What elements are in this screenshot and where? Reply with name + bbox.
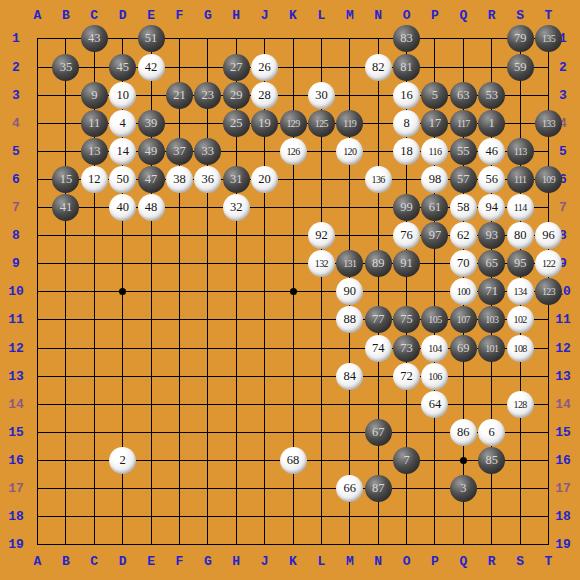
intersection-G14[interactable]	[194, 390, 222, 418]
intersection-T12[interactable]	[534, 334, 562, 362]
intersection-N3[interactable]	[364, 81, 392, 109]
intersection-G10[interactable]	[194, 278, 222, 306]
intersection-N7[interactable]	[364, 194, 392, 222]
intersection-Q4[interactable]: 117	[449, 109, 477, 137]
intersection-D16[interactable]: 2	[108, 446, 136, 474]
intersection-M16[interactable]	[336, 446, 364, 474]
intersection-B15[interactable]	[52, 418, 80, 446]
intersection-E19[interactable]	[137, 531, 165, 559]
intersection-A1[interactable]	[23, 25, 51, 53]
intersection-P6[interactable]: 98	[421, 165, 449, 193]
intersection-T1[interactable]: 135	[534, 25, 562, 53]
intersection-O13[interactable]: 72	[392, 362, 420, 390]
intersection-A6[interactable]	[23, 165, 51, 193]
intersection-J15[interactable]	[250, 418, 278, 446]
intersection-N9[interactable]: 89	[364, 250, 392, 278]
intersection-E7[interactable]: 48	[137, 194, 165, 222]
intersection-S5[interactable]: 113	[506, 137, 534, 165]
intersection-A2[interactable]	[23, 53, 51, 81]
intersection-R4[interactable]: 1	[478, 109, 506, 137]
intersection-P8[interactable]: 97	[421, 222, 449, 250]
intersection-P12[interactable]: 104	[421, 334, 449, 362]
intersection-P18[interactable]	[421, 503, 449, 531]
intersection-E18[interactable]	[137, 503, 165, 531]
intersection-S17[interactable]	[506, 474, 534, 502]
intersection-H2[interactable]: 27	[222, 53, 250, 81]
intersection-A16[interactable]	[23, 446, 51, 474]
intersection-N4[interactable]	[364, 109, 392, 137]
intersection-Q16[interactable]	[449, 446, 477, 474]
intersection-A3[interactable]	[23, 81, 51, 109]
intersection-G7[interactable]	[194, 194, 222, 222]
intersection-Q2[interactable]	[449, 53, 477, 81]
intersection-E14[interactable]	[137, 390, 165, 418]
intersection-O11[interactable]: 75	[392, 306, 420, 334]
intersection-K8[interactable]	[279, 222, 307, 250]
intersection-A10[interactable]	[23, 278, 51, 306]
intersection-O1[interactable]: 83	[392, 25, 420, 53]
intersection-R13[interactable]	[478, 362, 506, 390]
intersection-E6[interactable]: 47	[137, 165, 165, 193]
intersection-J4[interactable]: 19	[250, 109, 278, 137]
intersection-K15[interactable]	[279, 418, 307, 446]
intersection-T14[interactable]	[534, 390, 562, 418]
intersection-L17[interactable]	[307, 474, 335, 502]
intersection-G4[interactable]	[194, 109, 222, 137]
intersection-D3[interactable]: 10	[108, 81, 136, 109]
intersection-A18[interactable]	[23, 503, 51, 531]
intersection-G3[interactable]: 23	[194, 81, 222, 109]
intersection-E11[interactable]	[137, 306, 165, 334]
intersection-K18[interactable]	[279, 503, 307, 531]
intersection-F12[interactable]	[165, 334, 193, 362]
intersection-T2[interactable]	[534, 53, 562, 81]
intersection-G16[interactable]	[194, 446, 222, 474]
intersection-L11[interactable]	[307, 306, 335, 334]
intersection-F9[interactable]	[165, 250, 193, 278]
intersection-R17[interactable]	[478, 474, 506, 502]
intersection-Q17[interactable]: 3	[449, 474, 477, 502]
intersection-J5[interactable]	[250, 137, 278, 165]
intersection-L12[interactable]	[307, 334, 335, 362]
intersection-L19[interactable]	[307, 531, 335, 559]
intersection-A4[interactable]	[23, 109, 51, 137]
intersection-C5[interactable]: 13	[80, 137, 108, 165]
intersection-J11[interactable]	[250, 306, 278, 334]
intersection-O5[interactable]: 18	[392, 137, 420, 165]
intersection-A14[interactable]	[23, 390, 51, 418]
intersection-N10[interactable]	[364, 278, 392, 306]
intersection-B7[interactable]: 41	[52, 194, 80, 222]
intersection-S1[interactable]: 79	[506, 25, 534, 53]
intersection-F5[interactable]: 37	[165, 137, 193, 165]
intersection-D15[interactable]	[108, 418, 136, 446]
intersection-K7[interactable]	[279, 194, 307, 222]
intersection-J14[interactable]	[250, 390, 278, 418]
intersection-E10[interactable]	[137, 278, 165, 306]
intersection-M19[interactable]	[336, 531, 364, 559]
intersection-C19[interactable]	[80, 531, 108, 559]
intersection-P11[interactable]: 105	[421, 306, 449, 334]
intersection-T13[interactable]	[534, 362, 562, 390]
intersection-R14[interactable]	[478, 390, 506, 418]
intersection-E13[interactable]	[137, 362, 165, 390]
intersection-D14[interactable]	[108, 390, 136, 418]
intersection-S4[interactable]	[506, 109, 534, 137]
intersection-G9[interactable]	[194, 250, 222, 278]
intersection-D8[interactable]	[108, 222, 136, 250]
intersection-C17[interactable]	[80, 474, 108, 502]
intersection-B9[interactable]	[52, 250, 80, 278]
intersection-C2[interactable]	[80, 53, 108, 81]
intersection-H1[interactable]	[222, 25, 250, 53]
intersection-H3[interactable]: 29	[222, 81, 250, 109]
intersection-R10[interactable]: 71	[478, 278, 506, 306]
intersection-C15[interactable]	[80, 418, 108, 446]
intersection-M15[interactable]	[336, 418, 364, 446]
intersection-A7[interactable]	[23, 194, 51, 222]
intersection-M6[interactable]	[336, 165, 364, 193]
intersection-C9[interactable]	[80, 250, 108, 278]
intersection-E2[interactable]: 42	[137, 53, 165, 81]
intersection-G2[interactable]	[194, 53, 222, 81]
intersection-F17[interactable]	[165, 474, 193, 502]
intersection-B14[interactable]	[52, 390, 80, 418]
intersection-K12[interactable]	[279, 334, 307, 362]
intersection-D7[interactable]: 40	[108, 194, 136, 222]
intersection-G17[interactable]	[194, 474, 222, 502]
intersection-N13[interactable]	[364, 362, 392, 390]
intersection-Q15[interactable]: 86	[449, 418, 477, 446]
intersection-C16[interactable]	[80, 446, 108, 474]
intersection-O19[interactable]	[392, 531, 420, 559]
intersection-A9[interactable]	[23, 250, 51, 278]
intersection-J9[interactable]	[250, 250, 278, 278]
intersection-G15[interactable]	[194, 418, 222, 446]
intersection-H4[interactable]: 25	[222, 109, 250, 137]
intersection-J18[interactable]	[250, 503, 278, 531]
intersection-M4[interactable]: 119	[336, 109, 364, 137]
intersection-C18[interactable]	[80, 503, 108, 531]
intersection-B11[interactable]	[52, 306, 80, 334]
intersection-P15[interactable]	[421, 418, 449, 446]
intersection-N2[interactable]: 82	[364, 53, 392, 81]
intersection-K14[interactable]	[279, 390, 307, 418]
intersection-G19[interactable]	[194, 531, 222, 559]
intersection-G1[interactable]	[194, 25, 222, 53]
intersection-J8[interactable]	[250, 222, 278, 250]
intersection-N5[interactable]	[364, 137, 392, 165]
intersection-O10[interactable]	[392, 278, 420, 306]
intersection-L4[interactable]: 125	[307, 109, 335, 137]
intersection-G11[interactable]	[194, 306, 222, 334]
intersection-F14[interactable]	[165, 390, 193, 418]
intersection-O12[interactable]: 73	[392, 334, 420, 362]
intersection-O2[interactable]: 81	[392, 53, 420, 81]
intersection-S19[interactable]	[506, 531, 534, 559]
intersection-M5[interactable]: 120	[336, 137, 364, 165]
intersection-L6[interactable]	[307, 165, 335, 193]
intersection-S7[interactable]: 114	[506, 194, 534, 222]
intersection-R19[interactable]	[478, 531, 506, 559]
intersection-T19[interactable]	[534, 531, 562, 559]
intersection-Q7[interactable]: 58	[449, 194, 477, 222]
intersection-P13[interactable]: 106	[421, 362, 449, 390]
intersection-T10[interactable]: 123	[534, 278, 562, 306]
intersection-A12[interactable]	[23, 334, 51, 362]
intersection-D10[interactable]	[108, 278, 136, 306]
intersection-A15[interactable]	[23, 418, 51, 446]
intersection-B10[interactable]	[52, 278, 80, 306]
intersection-O9[interactable]: 91	[392, 250, 420, 278]
intersection-O16[interactable]: 7	[392, 446, 420, 474]
intersection-P16[interactable]	[421, 446, 449, 474]
intersection-P17[interactable]	[421, 474, 449, 502]
intersection-J3[interactable]: 28	[250, 81, 278, 109]
intersection-M10[interactable]: 90	[336, 278, 364, 306]
intersection-M2[interactable]	[336, 53, 364, 81]
intersection-R9[interactable]: 65	[478, 250, 506, 278]
intersection-L9[interactable]: 132	[307, 250, 335, 278]
intersection-G8[interactable]	[194, 222, 222, 250]
intersection-H5[interactable]	[222, 137, 250, 165]
intersection-S11[interactable]: 102	[506, 306, 534, 334]
intersection-R3[interactable]: 53	[478, 81, 506, 109]
intersection-O15[interactable]	[392, 418, 420, 446]
intersection-M13[interactable]: 84	[336, 362, 364, 390]
intersection-R18[interactable]	[478, 503, 506, 531]
intersection-H18[interactable]	[222, 503, 250, 531]
intersection-R7[interactable]: 94	[478, 194, 506, 222]
intersection-E12[interactable]	[137, 334, 165, 362]
intersection-H11[interactable]	[222, 306, 250, 334]
intersection-F1[interactable]	[165, 25, 193, 53]
intersection-J6[interactable]: 20	[250, 165, 278, 193]
intersection-S2[interactable]: 59	[506, 53, 534, 81]
intersection-O6[interactable]	[392, 165, 420, 193]
intersection-T11[interactable]	[534, 306, 562, 334]
intersection-D13[interactable]	[108, 362, 136, 390]
intersection-B12[interactable]	[52, 334, 80, 362]
intersection-T9[interactable]: 122	[534, 250, 562, 278]
intersection-D11[interactable]	[108, 306, 136, 334]
intersection-K5[interactable]: 126	[279, 137, 307, 165]
intersection-L8[interactable]: 92	[307, 222, 335, 250]
intersection-H7[interactable]: 32	[222, 194, 250, 222]
intersection-S16[interactable]	[506, 446, 534, 474]
intersection-B13[interactable]	[52, 362, 80, 390]
intersection-P2[interactable]	[421, 53, 449, 81]
intersection-H19[interactable]	[222, 531, 250, 559]
intersection-D2[interactable]: 45	[108, 53, 136, 81]
intersection-F2[interactable]	[165, 53, 193, 81]
intersection-F7[interactable]	[165, 194, 193, 222]
intersection-S15[interactable]	[506, 418, 534, 446]
intersection-S6[interactable]: 111	[506, 165, 534, 193]
intersection-C8[interactable]	[80, 222, 108, 250]
intersection-K16[interactable]: 68	[279, 446, 307, 474]
intersection-D1[interactable]	[108, 25, 136, 53]
intersection-O3[interactable]: 16	[392, 81, 420, 109]
intersection-N8[interactable]	[364, 222, 392, 250]
intersection-B18[interactable]	[52, 503, 80, 531]
intersection-T15[interactable]	[534, 418, 562, 446]
intersection-N15[interactable]: 67	[364, 418, 392, 446]
intersection-G5[interactable]: 33	[194, 137, 222, 165]
intersection-B4[interactable]	[52, 109, 80, 137]
intersection-M12[interactable]	[336, 334, 364, 362]
intersection-J7[interactable]	[250, 194, 278, 222]
intersection-Q14[interactable]	[449, 390, 477, 418]
intersection-D19[interactable]	[108, 531, 136, 559]
intersection-T4[interactable]: 133	[534, 109, 562, 137]
intersection-T8[interactable]: 96	[534, 222, 562, 250]
intersection-Q5[interactable]: 55	[449, 137, 477, 165]
intersection-Q13[interactable]	[449, 362, 477, 390]
intersection-K13[interactable]	[279, 362, 307, 390]
intersection-E8[interactable]	[137, 222, 165, 250]
intersection-M3[interactable]	[336, 81, 364, 109]
intersection-T3[interactable]	[534, 81, 562, 109]
intersection-H14[interactable]	[222, 390, 250, 418]
intersection-P19[interactable]	[421, 531, 449, 559]
intersection-R8[interactable]: 93	[478, 222, 506, 250]
intersection-M14[interactable]	[336, 390, 364, 418]
intersection-F19[interactable]	[165, 531, 193, 559]
intersection-J2[interactable]: 26	[250, 53, 278, 81]
intersection-J16[interactable]	[250, 446, 278, 474]
intersection-D18[interactable]	[108, 503, 136, 531]
intersection-A13[interactable]	[23, 362, 51, 390]
intersection-G13[interactable]	[194, 362, 222, 390]
intersection-L14[interactable]	[307, 390, 335, 418]
intersection-C1[interactable]: 43	[80, 25, 108, 53]
intersection-M7[interactable]	[336, 194, 364, 222]
intersection-G6[interactable]: 36	[194, 165, 222, 193]
intersection-E16[interactable]	[137, 446, 165, 474]
intersection-N11[interactable]: 77	[364, 306, 392, 334]
intersection-K19[interactable]	[279, 531, 307, 559]
intersection-F18[interactable]	[165, 503, 193, 531]
intersection-S12[interactable]: 108	[506, 334, 534, 362]
intersection-F15[interactable]	[165, 418, 193, 446]
intersection-F4[interactable]	[165, 109, 193, 137]
intersection-S18[interactable]	[506, 503, 534, 531]
intersection-P4[interactable]: 17	[421, 109, 449, 137]
intersection-P3[interactable]: 5	[421, 81, 449, 109]
intersection-O17[interactable]	[392, 474, 420, 502]
intersection-B2[interactable]: 35	[52, 53, 80, 81]
intersection-K1[interactable]	[279, 25, 307, 53]
intersection-E9[interactable]	[137, 250, 165, 278]
intersection-H12[interactable]	[222, 334, 250, 362]
intersection-Q10[interactable]: 100	[449, 278, 477, 306]
intersection-K10[interactable]	[279, 278, 307, 306]
intersection-B17[interactable]	[52, 474, 80, 502]
intersection-K3[interactable]	[279, 81, 307, 109]
intersection-T5[interactable]	[534, 137, 562, 165]
intersection-O18[interactable]	[392, 503, 420, 531]
intersection-N19[interactable]	[364, 531, 392, 559]
intersection-S8[interactable]: 80	[506, 222, 534, 250]
intersection-M1[interactable]	[336, 25, 364, 53]
intersection-T18[interactable]	[534, 503, 562, 531]
intersection-A17[interactable]	[23, 474, 51, 502]
intersection-B8[interactable]	[52, 222, 80, 250]
intersection-H8[interactable]	[222, 222, 250, 250]
intersection-S10[interactable]: 134	[506, 278, 534, 306]
intersection-R2[interactable]	[478, 53, 506, 81]
intersection-H6[interactable]: 31	[222, 165, 250, 193]
intersection-L15[interactable]	[307, 418, 335, 446]
intersection-J10[interactable]	[250, 278, 278, 306]
intersection-O14[interactable]	[392, 390, 420, 418]
intersection-H17[interactable]	[222, 474, 250, 502]
intersection-K17[interactable]	[279, 474, 307, 502]
intersection-Q8[interactable]: 62	[449, 222, 477, 250]
intersection-N16[interactable]	[364, 446, 392, 474]
intersection-D17[interactable]	[108, 474, 136, 502]
intersection-M18[interactable]	[336, 503, 364, 531]
intersection-M9[interactable]: 131	[336, 250, 364, 278]
intersection-Q19[interactable]	[449, 531, 477, 559]
intersection-N14[interactable]	[364, 390, 392, 418]
intersection-Q6[interactable]: 57	[449, 165, 477, 193]
intersection-O7[interactable]: 99	[392, 194, 420, 222]
intersection-B16[interactable]	[52, 446, 80, 474]
intersection-G18[interactable]	[194, 503, 222, 531]
intersection-B6[interactable]: 15	[52, 165, 80, 193]
intersection-L5[interactable]	[307, 137, 335, 165]
intersection-A11[interactable]	[23, 306, 51, 334]
intersection-B5[interactable]	[52, 137, 80, 165]
intersection-P7[interactable]: 61	[421, 194, 449, 222]
intersection-C4[interactable]: 11	[80, 109, 108, 137]
intersection-C3[interactable]: 9	[80, 81, 108, 109]
intersection-M17[interactable]: 66	[336, 474, 364, 502]
intersection-L10[interactable]	[307, 278, 335, 306]
intersection-L13[interactable]	[307, 362, 335, 390]
intersection-F11[interactable]	[165, 306, 193, 334]
intersection-F16[interactable]	[165, 446, 193, 474]
intersection-H15[interactable]	[222, 418, 250, 446]
intersection-A5[interactable]	[23, 137, 51, 165]
intersection-K4[interactable]: 129	[279, 109, 307, 137]
intersection-T6[interactable]: 109	[534, 165, 562, 193]
intersection-J13[interactable]	[250, 362, 278, 390]
intersection-E5[interactable]: 49	[137, 137, 165, 165]
intersection-K9[interactable]	[279, 250, 307, 278]
intersection-Q12[interactable]: 69	[449, 334, 477, 362]
intersection-A8[interactable]	[23, 222, 51, 250]
intersection-Q1[interactable]	[449, 25, 477, 53]
intersection-C6[interactable]: 12	[80, 165, 108, 193]
intersection-K2[interactable]	[279, 53, 307, 81]
intersection-L3[interactable]: 30	[307, 81, 335, 109]
intersection-M8[interactable]	[336, 222, 364, 250]
intersection-M11[interactable]: 88	[336, 306, 364, 334]
intersection-L7[interactable]	[307, 194, 335, 222]
intersection-H13[interactable]	[222, 362, 250, 390]
intersection-S9[interactable]: 95	[506, 250, 534, 278]
intersection-R15[interactable]: 6	[478, 418, 506, 446]
intersection-Q9[interactable]: 70	[449, 250, 477, 278]
intersection-C11[interactable]	[80, 306, 108, 334]
intersection-R16[interactable]: 85	[478, 446, 506, 474]
intersection-C14[interactable]	[80, 390, 108, 418]
intersection-K11[interactable]	[279, 306, 307, 334]
intersection-D6[interactable]: 50	[108, 165, 136, 193]
